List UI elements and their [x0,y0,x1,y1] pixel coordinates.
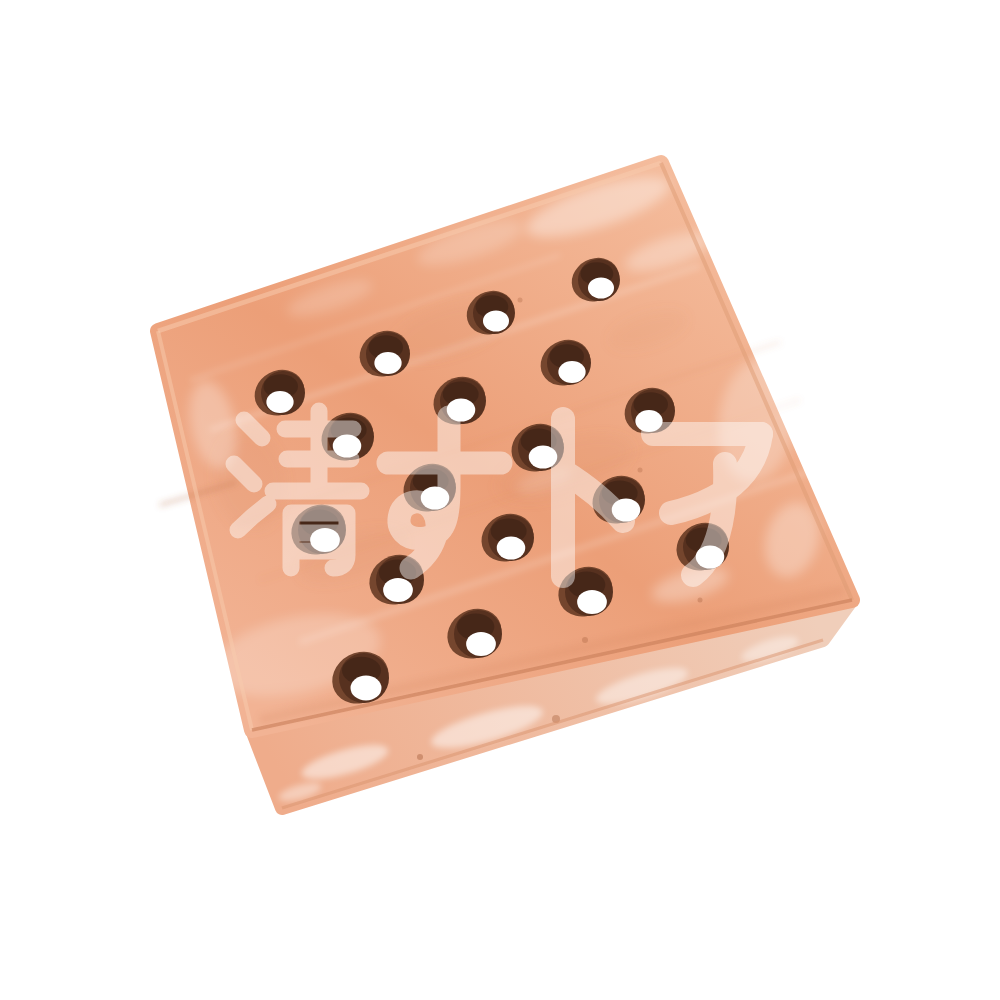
product-photo: 清すトア [0,0,1000,1000]
photo-canvas: 清すトア [0,0,1000,1000]
watermark-text: 清すトア [500,977,549,991]
